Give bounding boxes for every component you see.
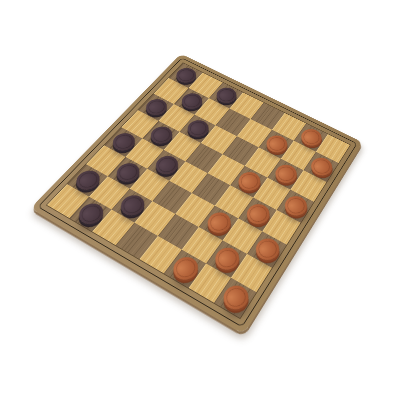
photo-background	[0, 0, 400, 400]
checkers-board	[30, 54, 363, 335]
board-grid	[47, 63, 350, 318]
